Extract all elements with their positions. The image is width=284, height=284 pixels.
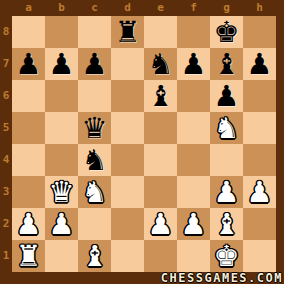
- square-e6[interactable]: ♝: [144, 80, 177, 112]
- watermark-chessgames: CHESSGAMES.COM: [161, 271, 283, 284]
- square-h2[interactable]: [243, 208, 276, 240]
- square-f5[interactable]: [177, 112, 210, 144]
- square-f8[interactable]: [177, 16, 210, 48]
- square-g7[interactable]: ♝: [210, 48, 243, 80]
- square-b8[interactable]: [45, 16, 78, 48]
- square-d8[interactable]: ♜: [111, 16, 144, 48]
- file-label-a: a: [12, 2, 45, 14]
- square-g3[interactable]: ♟: [210, 176, 243, 208]
- rank-label-4: 4: [0, 144, 12, 176]
- white-pawn: ♟: [148, 208, 174, 240]
- square-d4[interactable]: [111, 144, 144, 176]
- white-bishop: ♝: [82, 240, 108, 272]
- square-b5[interactable]: [45, 112, 78, 144]
- white-pawn: ♟: [214, 176, 240, 208]
- file-label-e: e: [144, 2, 177, 14]
- square-b2[interactable]: ♟: [45, 208, 78, 240]
- square-g1[interactable]: ♚: [210, 240, 243, 272]
- square-c4[interactable]: ♞: [78, 144, 111, 176]
- white-pawn: ♟: [49, 208, 75, 240]
- square-g8[interactable]: ♚: [210, 16, 243, 48]
- chess-board: ♜♚♟♟♟♞♟♝♟♝♟♛♞♞♛♞♟♟♟♟♟♟♝♜♝♚: [12, 16, 276, 272]
- square-e8[interactable]: [144, 16, 177, 48]
- white-pawn: ♟: [181, 208, 207, 240]
- square-h1[interactable]: [243, 240, 276, 272]
- square-a5[interactable]: [12, 112, 45, 144]
- square-h7[interactable]: ♟: [243, 48, 276, 80]
- square-c5[interactable]: ♛: [78, 112, 111, 144]
- file-label-g: g: [210, 2, 243, 14]
- black-queen: ♛: [82, 112, 108, 144]
- black-pawn: ♟: [16, 48, 42, 80]
- black-pawn: ♟: [181, 48, 207, 80]
- square-d2[interactable]: [111, 208, 144, 240]
- white-bishop: ♝: [214, 208, 240, 240]
- rank-label-2: 2: [0, 208, 12, 240]
- rank-label-6: 6: [0, 80, 12, 112]
- file-label-b: b: [45, 2, 78, 14]
- file-label-c: c: [78, 2, 111, 14]
- square-b1[interactable]: [45, 240, 78, 272]
- file-label-f: f: [177, 2, 210, 14]
- square-a4[interactable]: [12, 144, 45, 176]
- white-knight: ♞: [214, 112, 240, 144]
- square-d6[interactable]: [111, 80, 144, 112]
- square-e5[interactable]: [144, 112, 177, 144]
- square-e2[interactable]: ♟: [144, 208, 177, 240]
- white-knight: ♞: [82, 176, 108, 208]
- square-c3[interactable]: ♞: [78, 176, 111, 208]
- square-f3[interactable]: [177, 176, 210, 208]
- square-c2[interactable]: [78, 208, 111, 240]
- black-pawn: ♟: [82, 48, 108, 80]
- black-king: ♚: [214, 16, 240, 48]
- square-c1[interactable]: ♝: [78, 240, 111, 272]
- white-pawn: ♟: [16, 208, 42, 240]
- chess-diagram: abcdefgh 87654321 ♜♚♟♟♟♞♟♝♟♝♟♛♞♞♛♞♟♟♟♟♟♟…: [0, 0, 284, 284]
- square-d5[interactable]: [111, 112, 144, 144]
- square-a8[interactable]: [12, 16, 45, 48]
- black-knight: ♞: [82, 144, 108, 176]
- square-a2[interactable]: ♟: [12, 208, 45, 240]
- black-pawn: ♟: [247, 48, 273, 80]
- square-e1[interactable]: [144, 240, 177, 272]
- square-h5[interactable]: [243, 112, 276, 144]
- white-pawn: ♟: [247, 176, 273, 208]
- rank-label-8: 8: [0, 16, 12, 48]
- square-e7[interactable]: ♞: [144, 48, 177, 80]
- black-pawn: ♟: [214, 80, 240, 112]
- file-label-h: h: [243, 2, 276, 14]
- square-d3[interactable]: [111, 176, 144, 208]
- square-g6[interactable]: ♟: [210, 80, 243, 112]
- square-b3[interactable]: ♛: [45, 176, 78, 208]
- square-a6[interactable]: [12, 80, 45, 112]
- black-bishop: ♝: [214, 48, 240, 80]
- square-f6[interactable]: [177, 80, 210, 112]
- square-c7[interactable]: ♟: [78, 48, 111, 80]
- square-h3[interactable]: ♟: [243, 176, 276, 208]
- black-pawn: ♟: [49, 48, 75, 80]
- white-king: ♚: [214, 240, 240, 272]
- square-e3[interactable]: [144, 176, 177, 208]
- square-f1[interactable]: [177, 240, 210, 272]
- square-f7[interactable]: ♟: [177, 48, 210, 80]
- rank-label-1: 1: [0, 240, 12, 272]
- rank-label-7: 7: [0, 48, 12, 80]
- square-b4[interactable]: [45, 144, 78, 176]
- square-f4[interactable]: [177, 144, 210, 176]
- black-bishop: ♝: [148, 80, 174, 112]
- square-f2[interactable]: ♟: [177, 208, 210, 240]
- white-queen: ♛: [49, 176, 75, 208]
- square-b7[interactable]: ♟: [45, 48, 78, 80]
- square-c6[interactable]: [78, 80, 111, 112]
- square-g4[interactable]: [210, 144, 243, 176]
- square-b6[interactable]: [45, 80, 78, 112]
- square-a7[interactable]: ♟: [12, 48, 45, 80]
- file-label-d: d: [111, 2, 144, 14]
- square-g2[interactable]: ♝: [210, 208, 243, 240]
- square-h4[interactable]: [243, 144, 276, 176]
- square-h8[interactable]: [243, 16, 276, 48]
- white-rook: ♜: [16, 240, 42, 272]
- square-d7[interactable]: [111, 48, 144, 80]
- square-a1[interactable]: ♜: [12, 240, 45, 272]
- square-d1[interactable]: [111, 240, 144, 272]
- black-knight: ♞: [148, 48, 174, 80]
- square-g5[interactable]: ♞: [210, 112, 243, 144]
- black-rook: ♜: [115, 16, 141, 48]
- square-c8[interactable]: [78, 16, 111, 48]
- square-e4[interactable]: [144, 144, 177, 176]
- rank-label-5: 5: [0, 112, 12, 144]
- rank-label-3: 3: [0, 176, 12, 208]
- square-a3[interactable]: [12, 176, 45, 208]
- square-h6[interactable]: [243, 80, 276, 112]
